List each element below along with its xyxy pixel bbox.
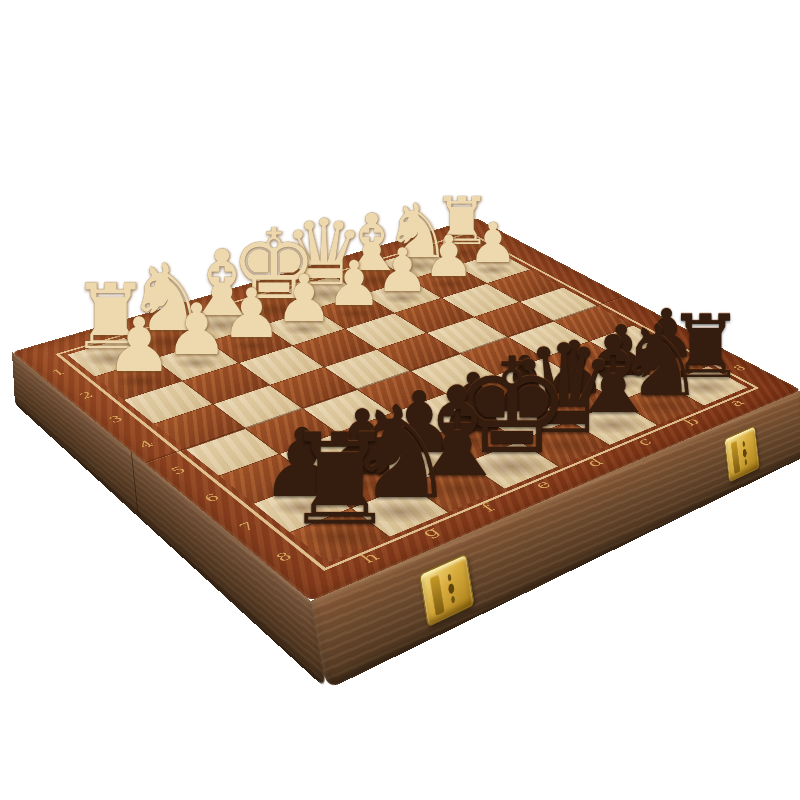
chess-set-photo: 12345678hgfedcba8 ♜♞♟♝♟♛♟♚♟♝♟♞♟♜♟♟♟♟♜♟♞♟… bbox=[0, 0, 800, 800]
coordinate-label-8: 8 bbox=[266, 547, 302, 566]
coordinate-label-8: 8 bbox=[726, 362, 753, 374]
coordinate-label-2: 2 bbox=[71, 388, 103, 402]
brass-clasp-right bbox=[724, 425, 760, 482]
board-top-face: 12345678hgfedcba8 bbox=[12, 218, 800, 601]
coordinate-label-4: 4 bbox=[130, 437, 163, 453]
fold-seam-side bbox=[131, 451, 139, 518]
coordinate-label-1: 1 bbox=[43, 366, 75, 380]
coordinate-label-7: 7 bbox=[230, 518, 266, 536]
coordinate-label-5: 5 bbox=[162, 462, 196, 478]
brass-clasp-left bbox=[419, 553, 475, 627]
coordinate-label-3: 3 bbox=[100, 412, 133, 427]
coordinate-label-6: 6 bbox=[195, 489, 230, 506]
